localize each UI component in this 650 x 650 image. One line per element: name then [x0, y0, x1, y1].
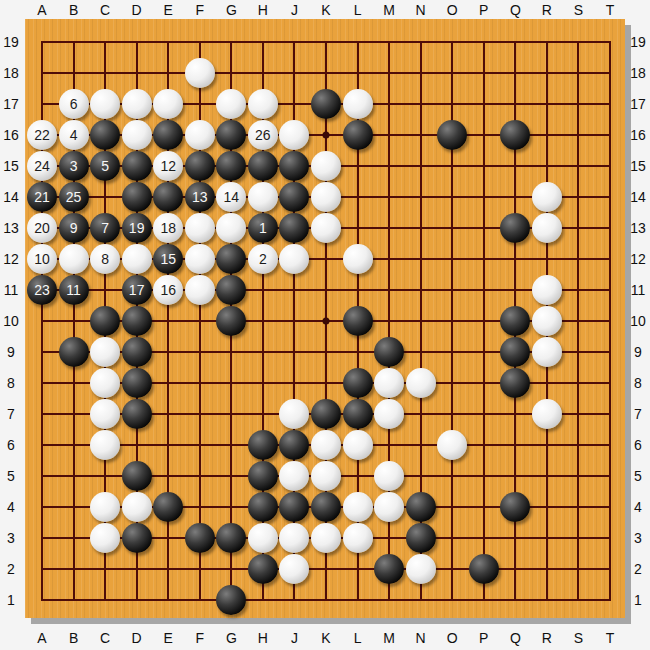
row-label-left: 4: [7, 499, 15, 515]
row-label-left: 2: [7, 561, 15, 577]
move-number: 21: [34, 190, 50, 204]
column-label-top: E: [164, 2, 173, 18]
go-stone-black[interactable]: [122, 151, 152, 181]
go-stone-black[interactable]: [374, 554, 404, 584]
move-number: 25: [66, 190, 82, 204]
go-stone-white[interactable]: 24: [27, 151, 57, 181]
move-number: 4: [70, 128, 78, 142]
go-stone-black[interactable]: [500, 120, 530, 150]
go-diagram: 6224262435122125131420971918110815223111…: [0, 0, 650, 650]
column-label-top: P: [479, 2, 488, 18]
go-stone-white[interactable]: [216, 89, 246, 119]
go-stone-black[interactable]: [216, 120, 246, 150]
go-stone-black[interactable]: [500, 337, 530, 367]
row-label-left: 16: [3, 127, 19, 143]
go-stone-black[interactable]: [122, 399, 152, 429]
go-stone-white[interactable]: [279, 523, 309, 553]
go-stone-black[interactable]: [90, 306, 120, 336]
go-stone-white[interactable]: 6: [59, 89, 89, 119]
go-stone-white[interactable]: [279, 461, 309, 491]
go-stone-white[interactable]: [374, 492, 404, 522]
star-point: [323, 318, 330, 325]
go-stone-white[interactable]: [185, 213, 215, 243]
row-label-right: 18: [630, 65, 646, 81]
go-stone-white[interactable]: [311, 151, 341, 181]
row-label-right: 2: [634, 561, 642, 577]
go-stone-black[interactable]: 1: [248, 213, 278, 243]
column-label-top: M: [383, 2, 395, 18]
column-label-top: L: [354, 2, 362, 18]
go-stone-white[interactable]: 26: [248, 120, 278, 150]
column-label-bottom: G: [226, 630, 237, 646]
go-stone-white[interactable]: [311, 523, 341, 553]
column-label-top: Q: [510, 2, 521, 18]
go-stone-black[interactable]: [248, 492, 278, 522]
column-label-bottom: Q: [510, 630, 521, 646]
go-stone-black[interactable]: [500, 368, 530, 398]
go-stone-black[interactable]: 9: [59, 213, 89, 243]
row-label-left: 18: [3, 65, 19, 81]
go-stone-black[interactable]: [216, 306, 246, 336]
move-number: 20: [34, 221, 50, 235]
row-label-right: 11: [631, 282, 646, 298]
go-stone-black[interactable]: [248, 554, 278, 584]
row-label-left: 13: [3, 220, 19, 236]
go-stone-black[interactable]: [343, 399, 373, 429]
go-stone-black[interactable]: [59, 337, 89, 367]
go-stone-black[interactable]: [469, 554, 499, 584]
go-stone-white[interactable]: [248, 89, 278, 119]
row-label-right: 14: [630, 189, 646, 205]
go-stone-white[interactable]: [343, 89, 373, 119]
go-stone-white[interactable]: 2: [248, 244, 278, 274]
go-stone-white[interactable]: 8: [90, 244, 120, 274]
go-stone-black[interactable]: [500, 492, 530, 522]
go-stone-black[interactable]: [374, 337, 404, 367]
go-stone-white[interactable]: [59, 244, 89, 274]
row-label-left: 6: [7, 437, 15, 453]
row-label-right: 3: [634, 530, 642, 546]
move-number: 15: [160, 252, 176, 266]
go-stone-white[interactable]: [374, 461, 404, 491]
move-number: 9: [70, 221, 78, 235]
move-number: 26: [255, 128, 271, 142]
grid-line-vertical: [483, 41, 485, 601]
go-stone-white[interactable]: [90, 399, 120, 429]
column-label-top: J: [291, 2, 298, 18]
column-label-top: N: [416, 2, 426, 18]
move-number: 5: [101, 159, 109, 173]
move-number: 24: [34, 159, 50, 173]
go-stone-white[interactable]: [122, 120, 152, 150]
move-number: 18: [160, 221, 176, 235]
go-stone-black[interactable]: [279, 213, 309, 243]
go-stone-black[interactable]: [248, 151, 278, 181]
column-label-bottom: F: [195, 630, 204, 646]
row-label-right: 5: [634, 468, 642, 484]
go-stone-white[interactable]: [343, 244, 373, 274]
row-label-left: 12: [3, 251, 19, 267]
go-stone-white[interactable]: [185, 120, 215, 150]
move-number: 22: [34, 128, 50, 142]
column-label-top: D: [132, 2, 142, 18]
column-label-top: T: [606, 2, 615, 18]
go-stone-black[interactable]: [248, 430, 278, 460]
row-label-right: 1: [634, 592, 642, 608]
column-label-bottom: S: [574, 630, 583, 646]
column-label-bottom: T: [606, 630, 615, 646]
row-label-right: 15: [630, 158, 646, 174]
go-stone-black[interactable]: [248, 461, 278, 491]
go-stone-white[interactable]: [216, 213, 246, 243]
row-label-right: 7: [634, 406, 642, 422]
go-stone-white[interactable]: [122, 492, 152, 522]
go-stone-white[interactable]: 22: [27, 120, 57, 150]
row-label-left: 14: [3, 189, 19, 205]
go-stone-white[interactable]: [532, 275, 562, 305]
go-stone-white[interactable]: [90, 523, 120, 553]
go-stone-white[interactable]: [153, 89, 183, 119]
go-stone-black[interactable]: [279, 182, 309, 212]
go-stone-black[interactable]: [122, 306, 152, 336]
go-stone-white[interactable]: [406, 554, 436, 584]
move-number: 17: [129, 283, 145, 297]
go-stone-white[interactable]: [122, 244, 152, 274]
go-stone-black[interactable]: [311, 89, 341, 119]
column-label-bottom: R: [542, 630, 552, 646]
go-stone-white[interactable]: [437, 430, 467, 460]
go-stone-black[interactable]: [90, 120, 120, 150]
go-stone-black[interactable]: [343, 120, 373, 150]
go-stone-white[interactable]: [90, 89, 120, 119]
go-stone-white[interactable]: [532, 306, 562, 336]
grid-line-vertical: [577, 41, 579, 601]
go-stone-white[interactable]: [311, 213, 341, 243]
row-label-left: 19: [3, 34, 19, 50]
go-stone-black[interactable]: [185, 523, 215, 553]
go-stone-white[interactable]: [185, 244, 215, 274]
row-label-left: 11: [4, 282, 19, 298]
go-stone-white[interactable]: 4: [59, 120, 89, 150]
row-label-left: 10: [3, 313, 19, 329]
go-stone-white[interactable]: 14: [216, 182, 246, 212]
go-stone-black[interactable]: [500, 213, 530, 243]
column-label-bottom: O: [447, 630, 458, 646]
go-stone-white[interactable]: [122, 89, 152, 119]
move-number: 13: [192, 190, 208, 204]
move-number: 23: [34, 283, 50, 297]
move-number: 12: [160, 159, 176, 173]
go-stone-black[interactable]: 11: [59, 275, 89, 305]
go-stone-black[interactable]: [279, 430, 309, 460]
row-label-right: 19: [630, 34, 646, 50]
go-stone-black[interactable]: [216, 585, 246, 615]
move-number: 16: [160, 283, 176, 297]
move-number: 11: [66, 283, 81, 297]
move-number: 19: [129, 221, 145, 235]
row-label-left: 7: [7, 406, 15, 422]
grid-line-horizontal: [41, 568, 611, 570]
column-label-top: G: [226, 2, 237, 18]
column-label-bottom: P: [479, 630, 488, 646]
go-stone-white[interactable]: [343, 430, 373, 460]
row-label-right: 10: [630, 313, 646, 329]
move-number: 1: [259, 221, 267, 235]
go-stone-black[interactable]: 15: [153, 244, 183, 274]
go-stone-black[interactable]: [122, 368, 152, 398]
go-stone-black[interactable]: [216, 523, 246, 553]
go-stone-white[interactable]: [185, 275, 215, 305]
go-stone-black[interactable]: [122, 182, 152, 212]
column-label-top: K: [321, 2, 330, 18]
go-stone-white[interactable]: [279, 120, 309, 150]
go-stone-white[interactable]: [343, 523, 373, 553]
go-stone-black[interactable]: 23: [27, 275, 57, 305]
column-label-bottom: N: [416, 630, 426, 646]
row-label-left: 1: [7, 592, 15, 608]
row-label-left: 15: [3, 158, 19, 174]
go-stone-black[interactable]: 17: [122, 275, 152, 305]
go-stone-black[interactable]: [406, 492, 436, 522]
go-stone-white[interactable]: [311, 182, 341, 212]
column-label-top: S: [574, 2, 583, 18]
go-stone-black[interactable]: [216, 275, 246, 305]
go-stone-black[interactable]: 3: [59, 151, 89, 181]
go-stone-white[interactable]: [279, 399, 309, 429]
grid-line-horizontal: [41, 599, 611, 601]
row-label-right: 9: [634, 344, 642, 360]
go-stone-black[interactable]: [153, 120, 183, 150]
column-label-bottom: H: [258, 630, 268, 646]
go-stone-white[interactable]: 10: [27, 244, 57, 274]
row-label-right: 4: [634, 499, 642, 515]
go-stone-white[interactable]: [343, 492, 373, 522]
go-stone-black[interactable]: [311, 399, 341, 429]
go-stone-white[interactable]: [248, 182, 278, 212]
go-stone-white[interactable]: [406, 368, 436, 398]
go-stone-white[interactable]: [532, 182, 562, 212]
go-stone-black[interactable]: [406, 523, 436, 553]
move-number: 3: [70, 159, 78, 173]
go-stone-white[interactable]: [374, 399, 404, 429]
column-label-bottom: C: [100, 630, 110, 646]
column-label-top: C: [100, 2, 110, 18]
row-label-left: 3: [7, 530, 15, 546]
row-label-right: 12: [630, 251, 646, 267]
go-stone-black[interactable]: [343, 368, 373, 398]
go-stone-white[interactable]: [374, 368, 404, 398]
go-stone-black[interactable]: [122, 461, 152, 491]
grid-line-vertical: [609, 41, 611, 601]
go-stone-black[interactable]: 19: [122, 213, 152, 243]
go-stone-white[interactable]: [532, 337, 562, 367]
row-label-right: 17: [630, 96, 646, 112]
column-label-top: O: [447, 2, 458, 18]
column-label-top: H: [258, 2, 268, 18]
go-stone-black[interactable]: 21: [27, 182, 57, 212]
column-label-bottom: L: [354, 630, 362, 646]
move-number: 2: [259, 252, 267, 266]
go-stone-white[interactable]: [279, 554, 309, 584]
go-stone-black[interactable]: [153, 492, 183, 522]
go-stone-white[interactable]: [90, 337, 120, 367]
row-label-right: 16: [630, 127, 646, 143]
go-stone-white[interactable]: [185, 58, 215, 88]
column-label-top: A: [37, 2, 46, 18]
go-stone-white[interactable]: [90, 492, 120, 522]
go-stone-black[interactable]: 25: [59, 182, 89, 212]
column-label-bottom: A: [37, 630, 46, 646]
column-label-top: F: [195, 2, 204, 18]
go-stone-white[interactable]: [90, 430, 120, 460]
go-stone-black[interactable]: [279, 492, 309, 522]
go-stone-white[interactable]: 12: [153, 151, 183, 181]
go-stone-black[interactable]: 5: [90, 151, 120, 181]
go-stone-white[interactable]: [90, 368, 120, 398]
go-stone-white[interactable]: [311, 461, 341, 491]
column-label-top: R: [542, 2, 552, 18]
column-label-bottom: J: [291, 630, 298, 646]
go-stone-white[interactable]: [532, 213, 562, 243]
go-stone-black[interactable]: 13: [185, 182, 215, 212]
go-stone-black[interactable]: [311, 492, 341, 522]
move-number: 7: [101, 221, 109, 235]
column-label-bottom: D: [132, 630, 142, 646]
go-stone-black[interactable]: [122, 523, 152, 553]
go-stone-white[interactable]: 18: [153, 213, 183, 243]
go-stone-black[interactable]: [216, 151, 246, 181]
go-stone-black[interactable]: [185, 151, 215, 181]
go-stone-black[interactable]: [153, 182, 183, 212]
go-stone-black[interactable]: [437, 120, 467, 150]
row-label-left: 9: [7, 344, 15, 360]
column-label-top: B: [69, 2, 78, 18]
row-label-left: 17: [3, 96, 19, 112]
go-stone-white[interactable]: 16: [153, 275, 183, 305]
go-stone-black[interactable]: 7: [90, 213, 120, 243]
row-label-right: 6: [634, 437, 642, 453]
column-label-bottom: B: [69, 630, 78, 646]
go-stone-white[interactable]: 20: [27, 213, 57, 243]
move-number: 8: [101, 252, 109, 266]
row-label-right: 13: [630, 220, 646, 236]
row-label-right: 8: [634, 375, 642, 391]
go-stone-white[interactable]: [532, 399, 562, 429]
go-stone-black[interactable]: [343, 306, 373, 336]
go-stone-black[interactable]: [216, 244, 246, 274]
column-label-bottom: K: [321, 630, 330, 646]
go-stone-black[interactable]: [500, 306, 530, 336]
go-stone-black[interactable]: [279, 151, 309, 181]
go-stone-white[interactable]: [279, 244, 309, 274]
row-label-left: 5: [7, 468, 15, 484]
goban[interactable]: 6224262435122125131420971918110815223111…: [25, 19, 625, 618]
column-label-bottom: E: [164, 630, 173, 646]
go-stone-white[interactable]: [248, 523, 278, 553]
row-label-left: 8: [7, 375, 15, 391]
go-stone-white[interactable]: [311, 430, 341, 460]
column-label-bottom: M: [383, 630, 395, 646]
move-number: 10: [34, 252, 50, 266]
star-point: [323, 132, 330, 139]
move-number: 14: [224, 190, 240, 204]
go-stone-black[interactable]: [122, 337, 152, 367]
move-number: 6: [70, 97, 78, 111]
